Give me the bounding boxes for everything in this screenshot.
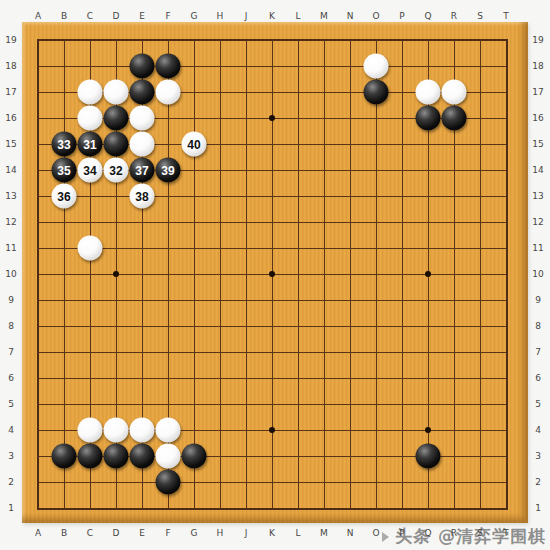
black-stone-C3 xyxy=(78,444,103,469)
grid-line-vertical xyxy=(324,40,325,508)
black-stone-D15 xyxy=(104,132,129,157)
white-stone-C11 xyxy=(78,236,103,261)
coord-label-bottom-M: M xyxy=(320,528,328,538)
coord-label-right-10: 10 xyxy=(532,269,543,279)
coord-label-top-R: R xyxy=(451,11,457,21)
coord-label-bottom-Q: Q xyxy=(424,528,431,538)
move-31-black-stone-C15: 31 xyxy=(78,132,103,157)
coord-label-left-15: 15 xyxy=(5,139,16,149)
coord-label-bottom-L: L xyxy=(295,528,300,538)
coord-label-right-18: 18 xyxy=(532,61,543,71)
coord-label-left-12: 12 xyxy=(5,217,16,227)
coord-label-bottom-B: B xyxy=(61,528,67,538)
coord-label-top-H: H xyxy=(217,11,224,21)
grid-line-horizontal xyxy=(38,326,506,327)
white-stone-C4 xyxy=(78,418,103,443)
white-stone-O18 xyxy=(364,54,389,79)
coord-label-right-15: 15 xyxy=(532,139,543,149)
star-point-K4 xyxy=(269,427,275,433)
coord-label-left-9: 9 xyxy=(8,295,14,305)
coord-label-left-14: 14 xyxy=(5,165,16,175)
white-stone-D17 xyxy=(104,80,129,105)
coord-label-bottom-A: A xyxy=(35,528,41,538)
grid-line-horizontal xyxy=(38,404,506,405)
coord-label-top-L: L xyxy=(295,11,300,21)
move-37-black-stone-E14: 37 xyxy=(130,158,155,183)
move-35-black-stone-B14: 35 xyxy=(52,158,77,183)
black-stone-E18 xyxy=(130,54,155,79)
coord-label-left-17: 17 xyxy=(5,87,16,97)
coord-label-right-8: 8 xyxy=(535,321,541,331)
coord-label-bottom-S: S xyxy=(477,528,483,538)
coord-label-right-3: 3 xyxy=(535,451,541,461)
move-32-white-stone-D14: 32 xyxy=(104,158,129,183)
coord-label-left-19: 19 xyxy=(5,35,16,45)
black-stone-D16 xyxy=(104,106,129,131)
go-diagram-page: 33314035343237393638 头条 @清弈学围棋 AABBCCDDE… xyxy=(0,0,550,550)
coord-label-bottom-K: K xyxy=(269,528,275,538)
white-stone-E15 xyxy=(130,132,155,157)
coord-label-bottom-G: G xyxy=(191,528,198,538)
coord-label-right-11: 11 xyxy=(532,243,543,253)
star-point-Q4 xyxy=(425,427,431,433)
coord-label-right-2: 2 xyxy=(535,477,541,487)
white-stone-F4 xyxy=(156,418,181,443)
black-stone-E17 xyxy=(130,80,155,105)
move-34-white-stone-C14: 34 xyxy=(78,158,103,183)
white-stone-C16 xyxy=(78,106,103,131)
coord-label-bottom-F: F xyxy=(165,528,170,538)
black-stone-B3 xyxy=(52,444,77,469)
coord-label-left-11: 11 xyxy=(5,243,16,253)
coord-label-right-1: 1 xyxy=(535,503,541,513)
coord-label-bottom-R: R xyxy=(451,528,457,538)
star-point-D10 xyxy=(113,271,119,277)
star-point-K10 xyxy=(269,271,275,277)
go-board: 33314035343237393638 xyxy=(22,22,528,523)
coord-label-top-F: F xyxy=(165,11,170,21)
coord-label-left-18: 18 xyxy=(5,61,16,71)
black-stone-D3 xyxy=(104,444,129,469)
coord-label-left-6: 6 xyxy=(8,373,14,383)
move-40-white-stone-G15: 40 xyxy=(182,132,207,157)
coord-label-left-1: 1 xyxy=(8,503,14,513)
coord-label-bottom-P: P xyxy=(399,528,404,538)
black-stone-F18 xyxy=(156,54,181,79)
coord-label-right-16: 16 xyxy=(532,113,543,123)
coord-label-top-N: N xyxy=(347,11,354,21)
black-stone-R16 xyxy=(442,106,467,131)
coord-label-bottom-J: J xyxy=(245,528,248,538)
coord-label-top-S: S xyxy=(477,11,483,21)
watermark: 头条 @清弈学围棋 xyxy=(382,525,546,548)
coord-label-top-K: K xyxy=(269,11,275,21)
coord-label-right-6: 6 xyxy=(535,373,541,383)
play-triangle-icon xyxy=(382,532,389,542)
black-stone-F2 xyxy=(156,470,181,495)
grid-line-horizontal xyxy=(38,352,506,353)
coord-label-right-4: 4 xyxy=(535,425,541,435)
coord-label-left-16: 16 xyxy=(5,113,16,123)
grid-line-horizontal xyxy=(38,300,506,301)
white-stone-E4 xyxy=(130,418,155,443)
grid-line-vertical xyxy=(376,40,377,508)
white-stone-Q17 xyxy=(416,80,441,105)
black-stone-O17 xyxy=(364,80,389,105)
black-stone-E3 xyxy=(130,444,155,469)
coord-label-left-10: 10 xyxy=(5,269,16,279)
coord-label-bottom-N: N xyxy=(347,528,354,538)
coord-label-bottom-O: O xyxy=(372,528,379,538)
coord-label-top-Q: Q xyxy=(424,11,431,21)
coord-label-left-5: 5 xyxy=(8,399,14,409)
black-stone-Q3 xyxy=(416,444,441,469)
coord-label-top-E: E xyxy=(139,11,145,21)
grid-line-horizontal xyxy=(38,482,506,483)
coord-label-top-D: D xyxy=(113,11,120,21)
move-33-black-stone-B15: 33 xyxy=(52,132,77,157)
coord-label-left-2: 2 xyxy=(8,477,14,487)
black-stone-Q16 xyxy=(416,106,441,131)
grid-line-vertical xyxy=(298,40,299,508)
coord-label-top-J: J xyxy=(245,11,248,21)
white-stone-C17 xyxy=(78,80,103,105)
coord-label-top-T: T xyxy=(503,11,509,21)
coord-label-right-12: 12 xyxy=(532,217,543,227)
coord-label-right-19: 19 xyxy=(532,35,543,45)
coord-label-bottom-T: T xyxy=(503,528,509,538)
coord-label-left-13: 13 xyxy=(5,191,16,201)
move-39-black-stone-F14: 39 xyxy=(156,158,181,183)
coord-label-right-17: 17 xyxy=(532,87,543,97)
move-38-white-stone-E13: 38 xyxy=(130,184,155,209)
white-stone-D4 xyxy=(104,418,129,443)
coord-label-right-5: 5 xyxy=(535,399,541,409)
coord-label-right-9: 9 xyxy=(535,295,541,305)
grid-line-vertical xyxy=(480,40,481,508)
coord-label-top-O: O xyxy=(372,11,379,21)
white-stone-E16 xyxy=(130,106,155,131)
coord-label-left-7: 7 xyxy=(8,347,14,357)
star-point-Q10 xyxy=(425,271,431,277)
coord-label-left-8: 8 xyxy=(8,321,14,331)
white-stone-R17 xyxy=(442,80,467,105)
coord-label-bottom-D: D xyxy=(113,528,120,538)
black-stone-G3 xyxy=(182,444,207,469)
move-36-white-stone-B13: 36 xyxy=(52,184,77,209)
coord-label-top-B: B xyxy=(61,11,67,21)
coord-label-top-G: G xyxy=(191,11,198,21)
coord-label-left-4: 4 xyxy=(8,425,14,435)
coord-label-top-C: C xyxy=(87,11,93,21)
star-point-K16 xyxy=(269,115,275,121)
coord-label-right-13: 13 xyxy=(532,191,543,201)
coord-label-right-7: 7 xyxy=(535,347,541,357)
white-stone-F17 xyxy=(156,80,181,105)
coord-label-right-14: 14 xyxy=(532,165,543,175)
coord-label-left-3: 3 xyxy=(8,451,14,461)
grid-line-vertical xyxy=(350,40,351,508)
white-stone-F3 xyxy=(156,444,181,469)
coord-label-bottom-E: E xyxy=(139,528,145,538)
grid-line-vertical xyxy=(402,40,403,508)
coord-label-bottom-C: C xyxy=(87,528,93,538)
coord-label-top-M: M xyxy=(320,11,328,21)
coord-label-top-P: P xyxy=(399,11,404,21)
watermark-text: 头条 @清弈学围棋 xyxy=(395,525,546,548)
grid-line-horizontal xyxy=(38,378,506,379)
coord-label-bottom-H: H xyxy=(217,528,224,538)
coord-label-top-A: A xyxy=(35,11,41,21)
